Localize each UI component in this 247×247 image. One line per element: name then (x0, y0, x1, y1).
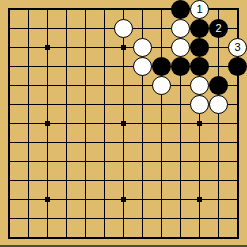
intersection (171, 38, 190, 57)
intersection (133, 152, 152, 171)
intersection (19, 38, 38, 57)
star-point (121, 197, 126, 202)
intersection (114, 152, 133, 171)
intersection (0, 190, 19, 209)
intersection (76, 57, 95, 76)
intersection (171, 190, 190, 209)
white-stone (190, 95, 209, 114)
star-point (197, 121, 202, 126)
intersection (38, 0, 57, 19)
intersection (209, 57, 228, 76)
intersection (76, 76, 95, 95)
intersection (171, 95, 190, 114)
white-stone (114, 19, 133, 38)
intersection (171, 133, 190, 152)
intersection (228, 95, 247, 114)
black-stone (171, 0, 190, 19)
intersection (0, 19, 19, 38)
intersection (95, 57, 114, 76)
intersection (152, 76, 171, 95)
intersection (95, 209, 114, 228)
black-stone (171, 57, 190, 76)
intersection (171, 152, 190, 171)
intersection (57, 0, 76, 19)
intersection: 1 (190, 0, 209, 19)
intersection (171, 57, 190, 76)
intersection (190, 133, 209, 152)
intersection (190, 95, 209, 114)
star-point (121, 45, 126, 50)
intersection (19, 0, 38, 19)
intersection (152, 19, 171, 38)
black-stone (190, 19, 209, 38)
intersection (114, 95, 133, 114)
intersection (190, 76, 209, 95)
intersection (171, 76, 190, 95)
intersection (38, 76, 57, 95)
intersection (0, 95, 19, 114)
intersection (152, 0, 171, 19)
intersection (171, 209, 190, 228)
intersection (133, 57, 152, 76)
intersection (95, 19, 114, 38)
intersection (0, 38, 19, 57)
star-point (45, 121, 50, 126)
intersection (209, 171, 228, 190)
star-point (45, 45, 50, 50)
intersection (152, 190, 171, 209)
intersection (57, 152, 76, 171)
intersection (95, 95, 114, 114)
intersection (114, 57, 133, 76)
intersection (152, 133, 171, 152)
intersection (228, 209, 247, 228)
intersection (114, 38, 133, 57)
intersection (38, 133, 57, 152)
intersection (0, 133, 19, 152)
intersection (0, 209, 19, 228)
intersection (76, 0, 95, 19)
intersection (133, 38, 152, 57)
intersection (209, 209, 228, 228)
black-stone (190, 57, 209, 76)
white-stone (190, 76, 209, 95)
intersection (19, 190, 38, 209)
black-stone (190, 38, 209, 57)
intersection (190, 171, 209, 190)
intersection (0, 152, 19, 171)
intersection (0, 57, 19, 76)
intersection (0, 0, 19, 19)
intersection (57, 114, 76, 133)
intersection (38, 38, 57, 57)
intersection (228, 19, 247, 38)
intersection (57, 76, 76, 95)
white-stone-move-1: 1 (190, 0, 209, 19)
intersection (76, 19, 95, 38)
intersection (190, 152, 209, 171)
intersection (133, 209, 152, 228)
intersection (38, 190, 57, 209)
intersection (38, 95, 57, 114)
intersection (114, 0, 133, 19)
intersection (76, 152, 95, 171)
intersection (38, 171, 57, 190)
intersection (190, 38, 209, 57)
intersection (114, 19, 133, 38)
go-board: 123 (0, 0, 247, 247)
intersection (19, 57, 38, 76)
intersection (228, 114, 247, 133)
white-stone (171, 19, 190, 38)
intersection (209, 95, 228, 114)
star-point (45, 197, 50, 202)
intersection (19, 19, 38, 38)
intersection (57, 38, 76, 57)
intersection (76, 171, 95, 190)
intersection (114, 171, 133, 190)
intersection (152, 57, 171, 76)
intersection (76, 114, 95, 133)
intersection (95, 190, 114, 209)
intersection (19, 76, 38, 95)
intersection (228, 0, 247, 19)
intersection (38, 114, 57, 133)
intersection (57, 190, 76, 209)
intersection (228, 57, 247, 76)
intersection (114, 133, 133, 152)
intersection (190, 190, 209, 209)
intersection (152, 114, 171, 133)
intersection (209, 0, 228, 19)
intersection (133, 19, 152, 38)
intersection (57, 95, 76, 114)
intersection (133, 76, 152, 95)
intersection (209, 133, 228, 152)
intersection (95, 76, 114, 95)
intersection (95, 114, 114, 133)
intersection (38, 57, 57, 76)
white-stone (133, 57, 152, 76)
intersection (114, 209, 133, 228)
intersection (190, 114, 209, 133)
intersection (171, 19, 190, 38)
white-stone (171, 38, 190, 57)
star-point (121, 121, 126, 126)
intersection (19, 114, 38, 133)
intersection (152, 152, 171, 171)
intersection (209, 76, 228, 95)
intersection (76, 190, 95, 209)
intersection (38, 209, 57, 228)
intersection (38, 19, 57, 38)
intersection (114, 76, 133, 95)
intersection (133, 95, 152, 114)
intersection (209, 190, 228, 209)
intersection (190, 209, 209, 228)
intersection (0, 114, 19, 133)
black-stone-move-2: 2 (209, 19, 228, 38)
intersection (133, 133, 152, 152)
black-stone (152, 57, 171, 76)
intersection (152, 209, 171, 228)
intersection (95, 152, 114, 171)
intersection (38, 152, 57, 171)
intersection (57, 209, 76, 228)
intersection (209, 38, 228, 57)
intersection (133, 190, 152, 209)
intersection (152, 95, 171, 114)
intersection (171, 0, 190, 19)
black-stone (209, 76, 228, 95)
intersection (19, 152, 38, 171)
go-diagram: { "game": "go", "board": { "size": 13, "… (0, 0, 247, 247)
intersection (19, 171, 38, 190)
white-stone (133, 38, 152, 57)
intersection (133, 0, 152, 19)
intersection (171, 114, 190, 133)
intersection (209, 152, 228, 171)
intersection (19, 209, 38, 228)
intersection (95, 0, 114, 19)
intersection (76, 95, 95, 114)
intersection (0, 76, 19, 95)
intersection (209, 114, 228, 133)
intersection (19, 95, 38, 114)
intersection (95, 133, 114, 152)
black-stone (228, 57, 247, 76)
intersection (152, 38, 171, 57)
intersection: 2 (209, 19, 228, 38)
intersection (57, 133, 76, 152)
intersection (190, 19, 209, 38)
intersection (133, 171, 152, 190)
intersection (95, 38, 114, 57)
intersection (228, 171, 247, 190)
intersection (190, 57, 209, 76)
intersection (95, 171, 114, 190)
intersection (19, 133, 38, 152)
intersection (76, 133, 95, 152)
intersection (76, 209, 95, 228)
intersection (228, 76, 247, 95)
white-stone (152, 76, 171, 95)
intersection (228, 133, 247, 152)
intersection (152, 171, 171, 190)
intersection (76, 38, 95, 57)
intersection (114, 114, 133, 133)
intersection: 3 (228, 38, 247, 57)
star-point (197, 197, 202, 202)
intersection (171, 171, 190, 190)
intersection (0, 171, 19, 190)
white-stone-move-3: 3 (228, 38, 247, 57)
intersection (57, 171, 76, 190)
intersection (114, 190, 133, 209)
intersection (228, 152, 247, 171)
intersection (133, 114, 152, 133)
white-stone (209, 95, 228, 114)
intersection (57, 57, 76, 76)
intersection (228, 190, 247, 209)
intersection (57, 19, 76, 38)
